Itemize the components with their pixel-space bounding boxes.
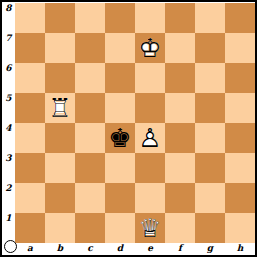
file-label-e: e xyxy=(135,243,165,255)
white-king: ♚♔ xyxy=(135,33,165,63)
square-e6 xyxy=(135,63,165,93)
square-e1: ♛♕ xyxy=(135,213,165,243)
square-b8 xyxy=(45,3,75,33)
square-d6 xyxy=(105,63,135,93)
square-b7 xyxy=(45,33,75,63)
square-d1 xyxy=(105,213,135,243)
rank-label-7: 7 xyxy=(2,33,15,63)
square-b4 xyxy=(45,123,75,153)
square-d7 xyxy=(105,33,135,63)
white-rook-icon: ♖ xyxy=(45,93,75,123)
black-king: ♚ xyxy=(105,123,135,153)
square-h3 xyxy=(225,153,255,183)
square-h1 xyxy=(225,213,255,243)
file-label-h: h xyxy=(225,243,255,255)
square-d5 xyxy=(105,93,135,123)
square-e3 xyxy=(135,153,165,183)
square-a8 xyxy=(15,3,45,33)
square-g8 xyxy=(195,3,225,33)
square-e4: ♟♙ xyxy=(135,123,165,153)
square-d4: ♚ xyxy=(105,123,135,153)
square-a1 xyxy=(15,213,45,243)
file-label-b: b xyxy=(45,243,75,255)
square-f5 xyxy=(165,93,195,123)
file-label-d: d xyxy=(105,243,135,255)
square-c4 xyxy=(75,123,105,153)
rank-label-4: 4 xyxy=(2,123,15,153)
square-a5 xyxy=(15,93,45,123)
square-b5: ♜♖ xyxy=(45,93,75,123)
square-g6 xyxy=(195,63,225,93)
square-c5 xyxy=(75,93,105,123)
white-pawn-icon: ♙ xyxy=(135,123,165,153)
square-d3 xyxy=(105,153,135,183)
square-h4 xyxy=(225,123,255,153)
square-c1 xyxy=(75,213,105,243)
square-e2 xyxy=(135,183,165,213)
square-f7 xyxy=(165,33,195,63)
square-f3 xyxy=(165,153,195,183)
square-d8 xyxy=(105,3,135,33)
square-a6 xyxy=(15,63,45,93)
square-h8 xyxy=(225,3,255,33)
square-g3 xyxy=(195,153,225,183)
chess-diagram: ♚♔♜♖♚♟♙♛♕ 87654321abcdefgh xyxy=(0,0,257,257)
black-king-icon: ♚ xyxy=(105,123,135,153)
square-c2 xyxy=(75,183,105,213)
file-label-a: a xyxy=(15,243,45,255)
square-h6 xyxy=(225,63,255,93)
square-c6 xyxy=(75,63,105,93)
file-label-c: c xyxy=(75,243,105,255)
rank-label-5: 5 xyxy=(2,93,15,123)
square-d2 xyxy=(105,183,135,213)
rank-label-6: 6 xyxy=(2,63,15,93)
square-a2 xyxy=(15,183,45,213)
square-a3 xyxy=(15,153,45,183)
square-c7 xyxy=(75,33,105,63)
chess-board: ♚♔♜♖♚♟♙♛♕ xyxy=(15,3,255,243)
square-g4 xyxy=(195,123,225,153)
side-to-move-indicator xyxy=(4,240,17,253)
rank-label-8: 8 xyxy=(2,3,15,33)
white-queen: ♛♕ xyxy=(135,213,165,243)
rank-label-1: 1 xyxy=(2,213,15,243)
square-f4 xyxy=(165,123,195,153)
square-e5 xyxy=(135,93,165,123)
square-b3 xyxy=(45,153,75,183)
file-label-g: g xyxy=(195,243,225,255)
square-h2 xyxy=(225,183,255,213)
square-f2 xyxy=(165,183,195,213)
square-c3 xyxy=(75,153,105,183)
square-h5 xyxy=(225,93,255,123)
square-b2 xyxy=(45,183,75,213)
white-pawn: ♟♙ xyxy=(135,123,165,153)
square-a7 xyxy=(15,33,45,63)
white-queen-icon: ♕ xyxy=(135,213,165,243)
square-g7 xyxy=(195,33,225,63)
square-g2 xyxy=(195,183,225,213)
square-c8 xyxy=(75,3,105,33)
square-g1 xyxy=(195,213,225,243)
file-label-f: f xyxy=(165,243,195,255)
rank-label-2: 2 xyxy=(2,183,15,213)
square-f6 xyxy=(165,63,195,93)
square-f8 xyxy=(165,3,195,33)
white-king-icon: ♔ xyxy=(135,33,165,63)
square-h7 xyxy=(225,33,255,63)
square-e7: ♚♔ xyxy=(135,33,165,63)
square-f1 xyxy=(165,213,195,243)
square-g5 xyxy=(195,93,225,123)
square-b6 xyxy=(45,63,75,93)
rank-label-3: 3 xyxy=(2,153,15,183)
square-a4 xyxy=(15,123,45,153)
white-rook: ♜♖ xyxy=(45,93,75,123)
square-b1 xyxy=(45,213,75,243)
square-e8 xyxy=(135,3,165,33)
